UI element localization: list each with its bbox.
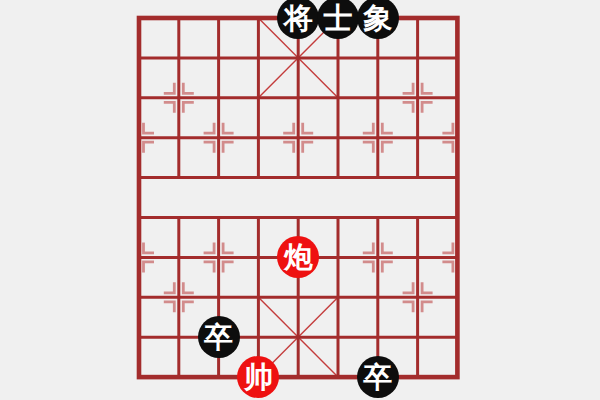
piece-black-soldier-b[interactable]: 卒 (357, 356, 399, 398)
piece-black-elephant[interactable]: 象 (357, 0, 399, 39)
piece-black-advisor[interactable]: 士 (317, 0, 359, 39)
piece-black-soldier-a[interactable]: 卒 (198, 316, 240, 358)
piece-red-cannon[interactable]: 炮 (277, 236, 319, 278)
piece-black-general[interactable]: 将 (277, 0, 319, 39)
xiangqi-board: 将士象炮卒帅卒 (0, 0, 600, 400)
piece-red-general[interactable]: 帅 (237, 356, 279, 398)
pieces-grid[interactable]: 将士象炮卒帅卒 (119, 0, 477, 397)
xiangqi-diagram: 将士象炮卒帅卒 (0, 0, 600, 400)
